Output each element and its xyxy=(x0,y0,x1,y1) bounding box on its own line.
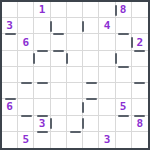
consecutive-mark-horizontal xyxy=(37,82,48,84)
cell-r7c8: 8 xyxy=(132,116,148,132)
cell-r6c6[interactable] xyxy=(99,99,115,115)
consecutive-mark-vertical xyxy=(66,53,68,64)
cell-r1c0: 3 xyxy=(2,18,18,34)
cell-r1c1[interactable] xyxy=(18,18,34,34)
consecutive-mark-vertical xyxy=(82,118,84,129)
cell-r8c0[interactable] xyxy=(2,132,18,148)
consecutive-sudoku-board: 183462653853 xyxy=(0,0,150,150)
cell-r4c8[interactable] xyxy=(132,67,148,83)
cell-r0c1[interactable] xyxy=(18,2,34,18)
cell-r1c6: 4 xyxy=(99,18,115,34)
cell-r1c7[interactable] xyxy=(116,18,132,34)
cell-r2c6[interactable] xyxy=(99,34,115,50)
cell-r7c0[interactable] xyxy=(2,116,18,132)
cell-r6c3[interactable] xyxy=(51,99,67,115)
cell-r8c3[interactable] xyxy=(51,132,67,148)
cell-r7c4[interactable] xyxy=(67,116,83,132)
cell-r2c0[interactable] xyxy=(2,34,18,50)
consecutive-mark-vertical xyxy=(115,5,117,16)
cell-r6c7: 5 xyxy=(116,99,132,115)
cell-r5c4[interactable] xyxy=(67,83,83,99)
cell-r0c3[interactable] xyxy=(51,2,67,18)
cell-r6c5[interactable] xyxy=(83,99,99,115)
cell-r7c7[interactable] xyxy=(116,116,132,132)
given-digit: 6 xyxy=(23,37,30,48)
consecutive-mark-horizontal xyxy=(134,50,145,52)
cell-r4c0[interactable] xyxy=(2,67,18,83)
cell-r4c3[interactable] xyxy=(51,67,67,83)
cell-r0c5[interactable] xyxy=(83,2,99,18)
cell-r2c3[interactable] xyxy=(51,34,67,50)
cell-r3c2[interactable] xyxy=(34,51,50,67)
cell-r8c6: 3 xyxy=(99,132,115,148)
cell-r3c5[interactable] xyxy=(83,51,99,67)
cell-r5c8[interactable] xyxy=(132,83,148,99)
cell-r6c2[interactable] xyxy=(34,99,50,115)
cell-r6c1[interactable] xyxy=(18,99,34,115)
consecutive-mark-horizontal xyxy=(86,82,97,84)
consecutive-mark-vertical xyxy=(82,102,84,113)
consecutive-mark-vertical xyxy=(131,37,133,48)
consecutive-mark-horizontal xyxy=(21,82,32,84)
given-digit: 3 xyxy=(6,20,13,31)
consecutive-mark-vertical xyxy=(50,118,52,129)
given-digit: 5 xyxy=(120,101,127,112)
cell-r4c1[interactable] xyxy=(18,67,34,83)
consecutive-mark-horizontal xyxy=(134,115,145,117)
cell-r0c6[interactable] xyxy=(99,2,115,18)
cell-r8c4[interactable] xyxy=(67,132,83,148)
cell-r1c5[interactable] xyxy=(83,18,99,34)
cell-r7c6[interactable] xyxy=(99,116,115,132)
cell-r8c1: 5 xyxy=(18,132,34,148)
cell-r5c7[interactable] xyxy=(116,83,132,99)
cell-r7c2: 3 xyxy=(34,116,50,132)
given-digit: 8 xyxy=(120,4,127,15)
cell-r4c4[interactable] xyxy=(67,67,83,83)
consecutive-mark-horizontal xyxy=(53,50,64,52)
cell-r1c2[interactable] xyxy=(34,18,50,34)
cell-r2c1: 6 xyxy=(18,34,34,50)
given-digit: 5 xyxy=(23,134,30,145)
cell-r0c2: 1 xyxy=(34,2,50,18)
cell-r6c8[interactable] xyxy=(132,99,148,115)
cell-r0c8[interactable] xyxy=(132,2,148,18)
consecutive-mark-vertical xyxy=(50,21,52,32)
cell-r2c4[interactable] xyxy=(67,34,83,50)
cell-r7c1[interactable] xyxy=(18,116,34,132)
cell-r5c1[interactable] xyxy=(18,83,34,99)
consecutive-mark-horizontal xyxy=(118,66,129,68)
cell-r3c8[interactable] xyxy=(132,51,148,67)
cell-r0c4[interactable] xyxy=(67,2,83,18)
consecutive-mark-vertical xyxy=(115,53,117,64)
consecutive-mark-horizontal xyxy=(118,115,129,117)
consecutive-mark-horizontal xyxy=(37,115,48,117)
cell-r3c3[interactable] xyxy=(51,51,67,67)
consecutive-mark-horizontal xyxy=(21,115,32,117)
cell-r5c3[interactable] xyxy=(51,83,67,99)
consecutive-mark-horizontal xyxy=(37,131,48,133)
cell-r3c0[interactable] xyxy=(2,51,18,67)
cell-r0c7: 8 xyxy=(116,2,132,18)
cell-r7c3[interactable] xyxy=(51,116,67,132)
given-digit: 3 xyxy=(39,118,46,129)
given-digit: 8 xyxy=(137,118,144,129)
cell-r1c4[interactable] xyxy=(67,18,83,34)
cell-r6c0: 6 xyxy=(2,99,18,115)
consecutive-mark-vertical xyxy=(82,21,84,32)
cell-r6c4[interactable] xyxy=(67,99,83,115)
cell-r8c5[interactable] xyxy=(83,132,99,148)
cell-r4c6[interactable] xyxy=(99,67,115,83)
cell-r3c4[interactable] xyxy=(67,51,83,67)
cell-r4c2[interactable] xyxy=(34,67,50,83)
cell-r3c6[interactable] xyxy=(99,51,115,67)
cell-r2c8: 2 xyxy=(132,34,148,50)
cell-r3c7[interactable] xyxy=(116,51,132,67)
cell-r4c7[interactable] xyxy=(116,67,132,83)
cell-r0c0[interactable] xyxy=(2,2,18,18)
consecutive-mark-horizontal xyxy=(70,131,81,133)
cell-r5c0[interactable] xyxy=(2,83,18,99)
cell-r2c2[interactable] xyxy=(34,34,50,50)
cell-r8c8[interactable] xyxy=(132,132,148,148)
cell-r5c2[interactable] xyxy=(34,83,50,99)
cell-r8c2[interactable] xyxy=(34,132,50,148)
given-digit: 6 xyxy=(6,101,13,112)
cell-r1c8[interactable] xyxy=(132,18,148,34)
consecutive-mark-horizontal xyxy=(134,82,145,84)
given-digit: 1 xyxy=(39,4,46,15)
cell-r2c5[interactable] xyxy=(83,34,99,50)
cell-r8c7[interactable] xyxy=(116,132,132,148)
cell-r7c5[interactable] xyxy=(83,116,99,132)
given-digit: 3 xyxy=(104,134,111,145)
given-digit: 4 xyxy=(104,20,111,31)
cell-r4c5[interactable] xyxy=(83,67,99,83)
cell-r5c5[interactable] xyxy=(83,83,99,99)
cell-r3c1[interactable] xyxy=(18,51,34,67)
given-digit: 2 xyxy=(137,37,144,48)
cell-r2c7[interactable] xyxy=(116,34,132,50)
cell-r1c3[interactable] xyxy=(51,18,67,34)
cell-r5c6[interactable] xyxy=(99,83,115,99)
consecutive-mark-horizontal xyxy=(37,50,48,52)
